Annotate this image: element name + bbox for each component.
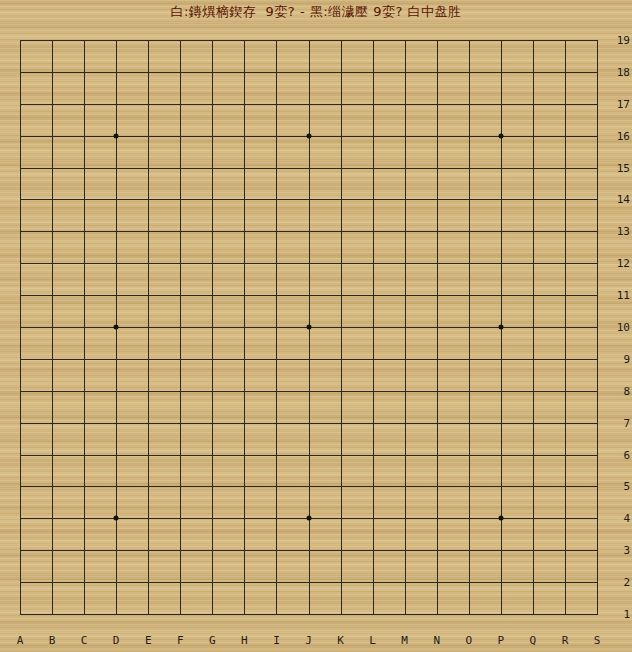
board-cell[interactable] xyxy=(116,263,148,295)
board-cell[interactable] xyxy=(469,263,501,295)
board-cell[interactable] xyxy=(276,72,308,104)
board-cell[interactable] xyxy=(52,199,84,231)
board-cell[interactable] xyxy=(405,518,437,550)
board-cell[interactable] xyxy=(405,486,437,518)
board-cell[interactable] xyxy=(533,518,565,550)
board-cell[interactable] xyxy=(52,40,84,72)
board-cell[interactable] xyxy=(20,199,52,231)
board-cell[interactable] xyxy=(180,582,212,614)
board-cell[interactable] xyxy=(405,455,437,487)
board-cell[interactable] xyxy=(276,40,308,72)
board-cell[interactable] xyxy=(565,40,597,72)
board-cell[interactable] xyxy=(533,455,565,487)
board-cell[interactable] xyxy=(565,582,597,614)
board-cell[interactable] xyxy=(405,136,437,168)
board-cell[interactable] xyxy=(373,104,405,136)
board-cell[interactable] xyxy=(501,359,533,391)
board-cell[interactable] xyxy=(405,263,437,295)
board-cell[interactable] xyxy=(533,40,565,72)
board-cell[interactable] xyxy=(180,40,212,72)
board-cell[interactable] xyxy=(533,327,565,359)
board-cell[interactable] xyxy=(148,550,180,582)
board-cell[interactable] xyxy=(373,550,405,582)
board-cell[interactable] xyxy=(212,455,244,487)
board-cell[interactable] xyxy=(212,582,244,614)
board-cell[interactable] xyxy=(116,40,148,72)
board-cell[interactable] xyxy=(276,391,308,423)
board-cell[interactable] xyxy=(52,359,84,391)
board-cell[interactable] xyxy=(309,263,341,295)
board-cell[interactable] xyxy=(148,136,180,168)
board-cell[interactable] xyxy=(52,231,84,263)
board-cell[interactable] xyxy=(84,263,116,295)
board-cell[interactable] xyxy=(501,582,533,614)
board-cell[interactable] xyxy=(341,391,373,423)
board-cell[interactable] xyxy=(373,72,405,104)
board-cell[interactable] xyxy=(148,486,180,518)
board-cell[interactable] xyxy=(373,486,405,518)
board-cell[interactable] xyxy=(533,104,565,136)
board-cell[interactable] xyxy=(116,72,148,104)
board-cell[interactable] xyxy=(116,359,148,391)
board-cell[interactable] xyxy=(148,199,180,231)
board-cell[interactable] xyxy=(437,40,469,72)
board-cell[interactable] xyxy=(469,455,501,487)
board-cell[interactable] xyxy=(437,391,469,423)
board-cell[interactable] xyxy=(212,40,244,72)
board-cell[interactable] xyxy=(276,518,308,550)
board-cell[interactable] xyxy=(244,40,276,72)
board-cell[interactable] xyxy=(565,327,597,359)
board-cell[interactable] xyxy=(533,486,565,518)
board-cell[interactable] xyxy=(276,168,308,200)
board-cell[interactable] xyxy=(52,391,84,423)
board-cell[interactable] xyxy=(437,486,469,518)
board-cell[interactable] xyxy=(116,518,148,550)
board-cell[interactable] xyxy=(244,518,276,550)
board-cell[interactable] xyxy=(501,199,533,231)
board-cell[interactable] xyxy=(341,263,373,295)
board-cell[interactable] xyxy=(309,168,341,200)
board-cell[interactable] xyxy=(84,199,116,231)
board-cell[interactable] xyxy=(180,359,212,391)
board-cell[interactable] xyxy=(52,295,84,327)
board-cell[interactable] xyxy=(180,518,212,550)
board-cell[interactable] xyxy=(276,136,308,168)
board-cell[interactable] xyxy=(244,582,276,614)
board-cell[interactable] xyxy=(116,231,148,263)
board-cell[interactable] xyxy=(116,486,148,518)
board-cell[interactable] xyxy=(309,550,341,582)
board-cell[interactable] xyxy=(244,263,276,295)
board-cell[interactable] xyxy=(148,455,180,487)
board-cell[interactable] xyxy=(405,359,437,391)
board-cell[interactable] xyxy=(565,518,597,550)
board-cell[interactable] xyxy=(84,40,116,72)
board-cell[interactable] xyxy=(309,136,341,168)
board-cell[interactable] xyxy=(52,104,84,136)
board-cell[interactable] xyxy=(469,168,501,200)
board-cell[interactable] xyxy=(309,104,341,136)
board-cell[interactable] xyxy=(20,455,52,487)
board-cell[interactable] xyxy=(84,327,116,359)
board-cell[interactable] xyxy=(501,40,533,72)
board-cell[interactable] xyxy=(469,295,501,327)
board-cell[interactable] xyxy=(52,455,84,487)
board-cell[interactable] xyxy=(373,518,405,550)
board-cell[interactable] xyxy=(373,231,405,263)
board-cell[interactable] xyxy=(148,359,180,391)
board-cell[interactable] xyxy=(116,391,148,423)
board-cell[interactable] xyxy=(20,550,52,582)
board-cell[interactable] xyxy=(565,550,597,582)
board-cell[interactable] xyxy=(437,359,469,391)
board-cell[interactable] xyxy=(180,327,212,359)
board-cell[interactable] xyxy=(244,136,276,168)
board-cell[interactable] xyxy=(212,423,244,455)
board-cell[interactable] xyxy=(84,423,116,455)
board-cell[interactable] xyxy=(565,295,597,327)
board-cell[interactable] xyxy=(501,327,533,359)
board-cell[interactable] xyxy=(148,295,180,327)
board-cell[interactable] xyxy=(373,199,405,231)
board-cell[interactable] xyxy=(341,518,373,550)
board-cell[interactable] xyxy=(565,168,597,200)
board-cell[interactable] xyxy=(244,199,276,231)
board-cell[interactable] xyxy=(309,72,341,104)
board-cell[interactable] xyxy=(565,455,597,487)
board-cell[interactable] xyxy=(244,550,276,582)
board-cell[interactable] xyxy=(501,486,533,518)
board-cell[interactable] xyxy=(309,327,341,359)
board-cell[interactable] xyxy=(20,327,52,359)
board-cell[interactable] xyxy=(20,231,52,263)
board-cell[interactable] xyxy=(244,486,276,518)
board-cell[interactable] xyxy=(244,72,276,104)
board-cell[interactable] xyxy=(437,72,469,104)
board-cell[interactable] xyxy=(373,423,405,455)
board-cell[interactable] xyxy=(212,295,244,327)
board-cell[interactable] xyxy=(84,168,116,200)
board-cell[interactable] xyxy=(373,136,405,168)
board-cell[interactable] xyxy=(341,136,373,168)
board-cell[interactable] xyxy=(501,72,533,104)
board-cell[interactable] xyxy=(180,391,212,423)
board-cell[interactable] xyxy=(52,136,84,168)
board-cell[interactable] xyxy=(309,455,341,487)
board-cell[interactable] xyxy=(52,168,84,200)
board-cell[interactable] xyxy=(116,104,148,136)
board-cell[interactable] xyxy=(309,423,341,455)
board-cell[interactable] xyxy=(437,295,469,327)
board-cell[interactable] xyxy=(276,327,308,359)
board-cell[interactable] xyxy=(180,231,212,263)
board-cell[interactable] xyxy=(469,40,501,72)
board-cell[interactable] xyxy=(309,40,341,72)
board-cell[interactable] xyxy=(501,168,533,200)
board-cell[interactable] xyxy=(212,136,244,168)
board-cell[interactable] xyxy=(341,455,373,487)
board-cell[interactable] xyxy=(276,550,308,582)
board-cell[interactable] xyxy=(469,423,501,455)
board-cell[interactable] xyxy=(276,582,308,614)
board-cell[interactable] xyxy=(20,391,52,423)
board-cell[interactable] xyxy=(148,518,180,550)
board-cell[interactable] xyxy=(116,455,148,487)
board-cell[interactable] xyxy=(501,263,533,295)
board-cell[interactable] xyxy=(373,40,405,72)
board-cell[interactable] xyxy=(405,104,437,136)
board-cell[interactable] xyxy=(116,423,148,455)
board-cell[interactable] xyxy=(116,136,148,168)
board-cell[interactable] xyxy=(565,72,597,104)
board-cell[interactable] xyxy=(276,486,308,518)
board-cell[interactable] xyxy=(565,136,597,168)
board-cell[interactable] xyxy=(276,455,308,487)
board-cell[interactable] xyxy=(276,231,308,263)
board-cell[interactable] xyxy=(469,72,501,104)
board-cell[interactable] xyxy=(276,199,308,231)
board-cell[interactable] xyxy=(309,359,341,391)
board-cell[interactable] xyxy=(469,136,501,168)
board-cell[interactable] xyxy=(501,550,533,582)
board-cell[interactable] xyxy=(501,391,533,423)
board-cell[interactable] xyxy=(244,168,276,200)
board-cell[interactable] xyxy=(437,263,469,295)
board-cell[interactable] xyxy=(469,199,501,231)
board-cell[interactable] xyxy=(148,104,180,136)
board-cell[interactable] xyxy=(20,168,52,200)
board-cell[interactable] xyxy=(437,455,469,487)
board-cell[interactable] xyxy=(84,391,116,423)
board-cell[interactable] xyxy=(212,231,244,263)
board-cell[interactable] xyxy=(309,486,341,518)
board-cell[interactable] xyxy=(244,327,276,359)
board-cell[interactable] xyxy=(469,518,501,550)
board-cell[interactable] xyxy=(52,486,84,518)
board-cell[interactable] xyxy=(84,550,116,582)
board-cell[interactable] xyxy=(244,359,276,391)
board-cell[interactable] xyxy=(405,582,437,614)
board-cell[interactable] xyxy=(180,104,212,136)
board-cell[interactable] xyxy=(20,582,52,614)
board-cell[interactable] xyxy=(212,518,244,550)
board-cell[interactable] xyxy=(52,550,84,582)
board-cell[interactable] xyxy=(501,231,533,263)
board-cell[interactable] xyxy=(565,104,597,136)
board-cell[interactable] xyxy=(405,40,437,72)
board-cell[interactable] xyxy=(437,104,469,136)
board-cell[interactable] xyxy=(116,295,148,327)
board-cell[interactable] xyxy=(341,582,373,614)
board-cell[interactable] xyxy=(20,72,52,104)
board-cell[interactable] xyxy=(212,72,244,104)
board-cell[interactable] xyxy=(373,295,405,327)
board-cell[interactable] xyxy=(469,391,501,423)
board-cell[interactable] xyxy=(341,359,373,391)
board-cell[interactable] xyxy=(469,104,501,136)
board-cell[interactable] xyxy=(437,199,469,231)
board-cell[interactable] xyxy=(469,486,501,518)
board-cell[interactable] xyxy=(437,518,469,550)
board-cell[interactable] xyxy=(20,423,52,455)
board-cell[interactable] xyxy=(373,327,405,359)
board-cell[interactable] xyxy=(501,455,533,487)
board-cell[interactable] xyxy=(469,327,501,359)
board-cell[interactable] xyxy=(309,295,341,327)
board-cell[interactable] xyxy=(533,550,565,582)
board-cell[interactable] xyxy=(180,263,212,295)
board-cell[interactable] xyxy=(276,263,308,295)
board-cell[interactable] xyxy=(341,168,373,200)
board-cell[interactable] xyxy=(437,136,469,168)
board-cell[interactable] xyxy=(309,199,341,231)
board-cell[interactable] xyxy=(212,104,244,136)
board-cell[interactable] xyxy=(116,199,148,231)
board-cell[interactable] xyxy=(309,231,341,263)
board-cell[interactable] xyxy=(276,295,308,327)
board-cell[interactable] xyxy=(373,455,405,487)
board-cell[interactable] xyxy=(20,359,52,391)
board-cell[interactable] xyxy=(437,327,469,359)
board-cell[interactable] xyxy=(20,136,52,168)
board-cell[interactable] xyxy=(84,582,116,614)
board-cell[interactable] xyxy=(341,295,373,327)
board-cell[interactable] xyxy=(276,359,308,391)
board-cell[interactable] xyxy=(84,518,116,550)
board-cell[interactable] xyxy=(180,295,212,327)
board-cell[interactable] xyxy=(84,295,116,327)
board-cell[interactable] xyxy=(148,72,180,104)
board-cell[interactable] xyxy=(501,518,533,550)
board-cell[interactable] xyxy=(565,423,597,455)
board-cell[interactable] xyxy=(84,72,116,104)
board-cell[interactable] xyxy=(533,168,565,200)
board-cell[interactable] xyxy=(84,455,116,487)
board-cell[interactable] xyxy=(212,359,244,391)
board-cell[interactable] xyxy=(52,423,84,455)
board-cell[interactable] xyxy=(469,550,501,582)
board-cell[interactable] xyxy=(469,359,501,391)
board-cell[interactable] xyxy=(20,295,52,327)
board-cell[interactable] xyxy=(341,231,373,263)
board-cell[interactable] xyxy=(533,359,565,391)
board-cell[interactable] xyxy=(565,359,597,391)
board-cell[interactable] xyxy=(212,199,244,231)
board-cell[interactable] xyxy=(212,263,244,295)
board-cell[interactable] xyxy=(84,136,116,168)
board-cell[interactable] xyxy=(341,423,373,455)
board-cell[interactable] xyxy=(244,104,276,136)
board-cell[interactable] xyxy=(533,72,565,104)
board-cell[interactable] xyxy=(244,455,276,487)
board-cell[interactable] xyxy=(565,486,597,518)
board-cell[interactable] xyxy=(148,263,180,295)
board-cell[interactable] xyxy=(341,327,373,359)
board-cell[interactable] xyxy=(20,486,52,518)
board-cell[interactable] xyxy=(405,550,437,582)
board-cell[interactable] xyxy=(437,582,469,614)
board-cell[interactable] xyxy=(469,231,501,263)
board-cell[interactable] xyxy=(373,263,405,295)
board-cell[interactable] xyxy=(244,423,276,455)
board-cell[interactable] xyxy=(148,231,180,263)
board-cell[interactable] xyxy=(52,327,84,359)
board-cell[interactable] xyxy=(437,168,469,200)
board-cell[interactable] xyxy=(437,550,469,582)
board-cell[interactable] xyxy=(244,231,276,263)
board-cell[interactable] xyxy=(533,231,565,263)
board-cell[interactable] xyxy=(405,72,437,104)
board-cell[interactable] xyxy=(84,231,116,263)
board-cell[interactable] xyxy=(20,104,52,136)
board-cell[interactable] xyxy=(533,199,565,231)
board-cell[interactable] xyxy=(533,295,565,327)
board-cell[interactable] xyxy=(405,168,437,200)
board-cell[interactable] xyxy=(565,231,597,263)
board-cell[interactable] xyxy=(20,40,52,72)
board-cell[interactable] xyxy=(373,582,405,614)
board-cell[interactable] xyxy=(341,486,373,518)
board-cell[interactable] xyxy=(180,486,212,518)
board-cell[interactable] xyxy=(501,136,533,168)
board-cell[interactable] xyxy=(52,518,84,550)
board-cell[interactable] xyxy=(341,199,373,231)
board-cell[interactable] xyxy=(180,199,212,231)
board-cell[interactable] xyxy=(148,391,180,423)
board-cell[interactable] xyxy=(84,104,116,136)
board-cell[interactable] xyxy=(212,168,244,200)
board-cell[interactable] xyxy=(212,550,244,582)
board-cell[interactable] xyxy=(84,359,116,391)
board-cell[interactable] xyxy=(148,168,180,200)
board-cell[interactable] xyxy=(341,72,373,104)
board-cell[interactable] xyxy=(341,40,373,72)
board-cell[interactable] xyxy=(309,391,341,423)
board-cell[interactable] xyxy=(116,168,148,200)
board-cell[interactable] xyxy=(501,104,533,136)
board-cell[interactable] xyxy=(148,327,180,359)
board-cell[interactable] xyxy=(148,40,180,72)
board-cell[interactable] xyxy=(180,550,212,582)
board-cell[interactable] xyxy=(437,423,469,455)
board-cell[interactable] xyxy=(212,327,244,359)
board-cell[interactable] xyxy=(533,582,565,614)
board-cell[interactable] xyxy=(565,199,597,231)
board-cell[interactable] xyxy=(148,423,180,455)
board-cell[interactable] xyxy=(52,72,84,104)
board-cell[interactable] xyxy=(373,359,405,391)
board-cell[interactable] xyxy=(116,550,148,582)
board-cell[interactable] xyxy=(148,582,180,614)
board-cell[interactable] xyxy=(501,423,533,455)
board-cell[interactable] xyxy=(405,199,437,231)
board-cell[interactable] xyxy=(309,582,341,614)
board-cell[interactable] xyxy=(469,582,501,614)
board-cell[interactable] xyxy=(180,168,212,200)
board-cell[interactable] xyxy=(244,391,276,423)
board-cell[interactable] xyxy=(20,518,52,550)
board-cell[interactable] xyxy=(180,136,212,168)
board-cell[interactable] xyxy=(276,423,308,455)
board-cell[interactable] xyxy=(405,231,437,263)
board-cell[interactable] xyxy=(84,486,116,518)
board-cell[interactable] xyxy=(533,391,565,423)
board-cell[interactable] xyxy=(405,391,437,423)
board-cell[interactable] xyxy=(244,295,276,327)
board-cell[interactable] xyxy=(405,295,437,327)
board-cell[interactable] xyxy=(180,455,212,487)
